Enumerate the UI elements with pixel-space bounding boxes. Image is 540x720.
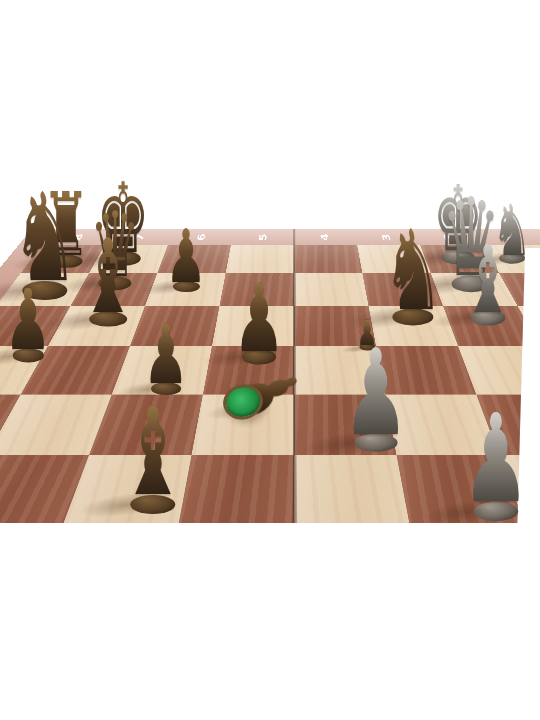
bishop-figure: ♝: [80, 237, 137, 317]
rank-label-4: 4: [294, 229, 357, 246]
bishop-figure: ♝: [119, 405, 187, 500]
square-c4[interactable]: [294, 455, 411, 523]
pawn-figure: ♟: [462, 412, 530, 507]
rank-label-text: 4: [319, 234, 331, 241]
board-photo: 87654321 ♜♞♚♛♝♟♟♟♝♟♟♟♞♚♞♛♝♟♟: [0, 0, 540, 720]
square-h4[interactable]: [294, 245, 362, 273]
black-pawn-g6[interactable]: ♟: [153, 228, 219, 292]
black-bishop-c6[interactable]: ♝: [98, 405, 207, 514]
white-pawn-c3[interactable]: ♟: [441, 412, 540, 521]
square-g4[interactable]: [294, 273, 369, 306]
pawn-figure: ♟: [343, 346, 409, 439]
pawn-figure: ♟: [4, 287, 51, 353]
knight-figure: ♞: [382, 228, 444, 314]
rank-label-5: 5: [231, 229, 294, 246]
black-pawn-e8[interactable]: ♟: [0, 287, 66, 362]
black-knight-f3[interactable]: ♞: [363, 228, 462, 326]
white-pawn-d4[interactable]: ♟: [323, 346, 430, 452]
black-pawn-e5[interactable]: ♟: [217, 282, 301, 365]
pawn-figure: ♟: [143, 323, 189, 387]
bishop-figure: ♝: [462, 243, 514, 316]
pawn-figure: ♟: [233, 282, 285, 355]
black-bishop-f7[interactable]: ♝: [62, 237, 154, 327]
pawn-figure: ♟: [165, 228, 206, 286]
rank-label-text: 5: [257, 234, 269, 241]
